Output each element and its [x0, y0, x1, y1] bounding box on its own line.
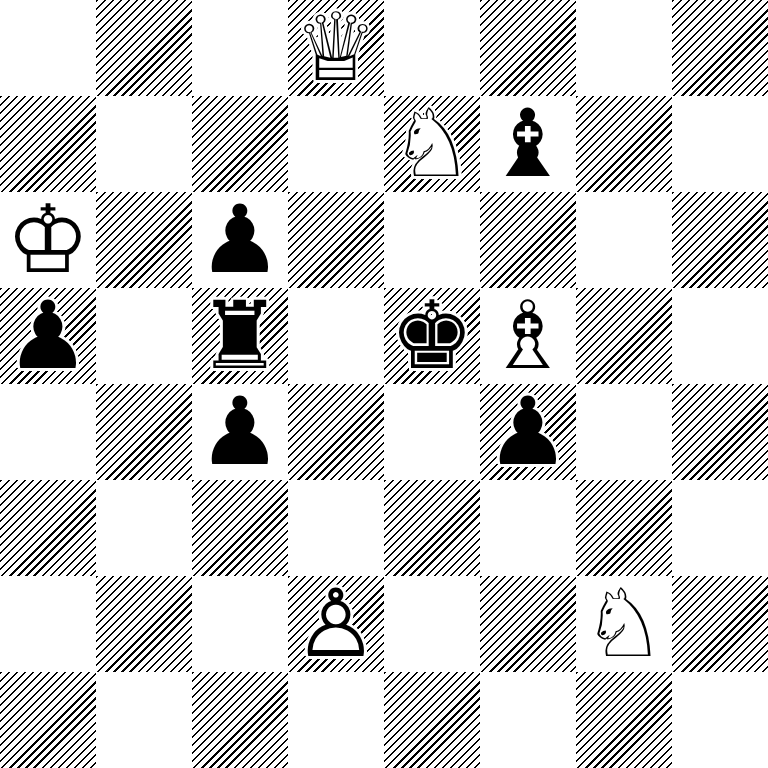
- square-c7[interactable]: [192, 96, 288, 192]
- black-pawn[interactable]: ♟: [480, 384, 576, 480]
- square-e1[interactable]: [384, 672, 480, 768]
- square-h2[interactable]: [672, 576, 768, 672]
- square-a4[interactable]: [0, 384, 96, 480]
- square-d1[interactable]: [288, 672, 384, 768]
- square-c3[interactable]: [192, 480, 288, 576]
- square-g3[interactable]: [576, 480, 672, 576]
- square-f2[interactable]: [480, 576, 576, 672]
- square-f7[interactable]: ♝♝: [480, 96, 576, 192]
- square-h3[interactable]: [672, 480, 768, 576]
- square-f6[interactable]: [480, 192, 576, 288]
- square-h7[interactable]: [672, 96, 768, 192]
- white-knight[interactable]: ♘: [576, 576, 672, 672]
- square-a6[interactable]: ♚♔: [0, 192, 96, 288]
- square-e6[interactable]: [384, 192, 480, 288]
- square-a5[interactable]: ♟♟: [0, 288, 96, 384]
- square-c5[interactable]: ♜♜: [192, 288, 288, 384]
- square-a3[interactable]: [0, 480, 96, 576]
- square-e8[interactable]: [384, 0, 480, 96]
- square-c8[interactable]: [192, 0, 288, 96]
- square-g5[interactable]: [576, 288, 672, 384]
- square-a2[interactable]: [0, 576, 96, 672]
- square-d2[interactable]: ♟♙: [288, 576, 384, 672]
- black-pawn[interactable]: ♟: [192, 192, 288, 288]
- white-pawn[interactable]: ♙: [288, 576, 384, 672]
- chess-board: ♛♕♞♘♝♝♚♔♟♟♟♟♜♜♚♚♝♗♟♟♟♟♟♙♞♘: [0, 0, 768, 768]
- square-f5[interactable]: ♝♗: [480, 288, 576, 384]
- square-c6[interactable]: ♟♟: [192, 192, 288, 288]
- square-a1[interactable]: [0, 672, 96, 768]
- square-b8[interactable]: [96, 0, 192, 96]
- square-c2[interactable]: [192, 576, 288, 672]
- square-c4[interactable]: ♟♟: [192, 384, 288, 480]
- square-a8[interactable]: [0, 0, 96, 96]
- square-h8[interactable]: [672, 0, 768, 96]
- square-g2[interactable]: ♞♘: [576, 576, 672, 672]
- square-d8[interactable]: ♛♕: [288, 0, 384, 96]
- chess-diagram: ♛♕♞♘♝♝♚♔♟♟♟♟♜♜♚♚♝♗♟♟♟♟♟♙♞♘: [0, 0, 768, 768]
- square-d5[interactable]: [288, 288, 384, 384]
- square-d7[interactable]: [288, 96, 384, 192]
- black-pawn[interactable]: ♟: [192, 384, 288, 480]
- square-b1[interactable]: [96, 672, 192, 768]
- black-pawn[interactable]: ♟: [0, 288, 96, 384]
- square-b4[interactable]: [96, 384, 192, 480]
- square-g8[interactable]: [576, 0, 672, 96]
- square-h5[interactable]: [672, 288, 768, 384]
- square-e5[interactable]: ♚♚: [384, 288, 480, 384]
- square-f8[interactable]: [480, 0, 576, 96]
- white-king[interactable]: ♔: [0, 192, 96, 288]
- square-b7[interactable]: [96, 96, 192, 192]
- square-h4[interactable]: [672, 384, 768, 480]
- black-king[interactable]: ♚: [384, 288, 480, 384]
- square-f4[interactable]: ♟♟: [480, 384, 576, 480]
- white-queen[interactable]: ♕: [288, 0, 384, 96]
- square-h1[interactable]: [672, 672, 768, 768]
- square-f1[interactable]: [480, 672, 576, 768]
- square-e3[interactable]: [384, 480, 480, 576]
- square-f3[interactable]: [480, 480, 576, 576]
- white-bishop[interactable]: ♗: [480, 288, 576, 384]
- square-e2[interactable]: [384, 576, 480, 672]
- square-e7[interactable]: ♞♘: [384, 96, 480, 192]
- square-b2[interactable]: [96, 576, 192, 672]
- square-g7[interactable]: [576, 96, 672, 192]
- square-b6[interactable]: [96, 192, 192, 288]
- square-e4[interactable]: [384, 384, 480, 480]
- square-g1[interactable]: [576, 672, 672, 768]
- white-knight[interactable]: ♘: [384, 96, 480, 192]
- black-rook[interactable]: ♜: [192, 288, 288, 384]
- square-d3[interactable]: [288, 480, 384, 576]
- square-g4[interactable]: [576, 384, 672, 480]
- square-d6[interactable]: [288, 192, 384, 288]
- square-b5[interactable]: [96, 288, 192, 384]
- square-g6[interactable]: [576, 192, 672, 288]
- square-c1[interactable]: [192, 672, 288, 768]
- square-a7[interactable]: [0, 96, 96, 192]
- square-b3[interactable]: [96, 480, 192, 576]
- black-bishop[interactable]: ♝: [480, 96, 576, 192]
- square-d4[interactable]: [288, 384, 384, 480]
- square-h6[interactable]: [672, 192, 768, 288]
